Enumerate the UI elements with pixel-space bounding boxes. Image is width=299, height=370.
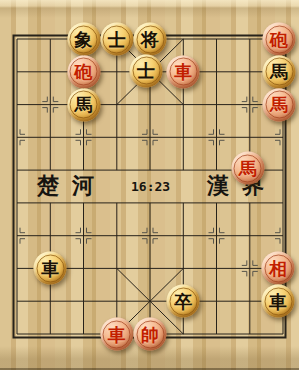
piece-red-general[interactable]: 帥 — [134, 318, 167, 351]
xiangqi-app-window: 楚河 16:23 漢界 象士将砲砲士車馬馬馬馬車相卒車車帥 — [0, 0, 299, 370]
piece-red-horse-1[interactable]: 馬 — [263, 88, 296, 121]
piece-red-cannon-1[interactable]: 砲 — [263, 23, 296, 56]
piece-glyph: 馬 — [270, 96, 288, 114]
piece-red-horse-2[interactable]: 馬 — [231, 152, 264, 185]
piece-black-chariot-2[interactable]: 車 — [262, 285, 295, 318]
game-clock: 16:23 — [131, 179, 170, 194]
piece-glyph: 相 — [269, 259, 287, 277]
piece-glyph: 将 — [141, 30, 159, 48]
piece-glyph: 砲 — [75, 63, 93, 81]
piece-black-advisor-1[interactable]: 士 — [100, 23, 133, 56]
piece-black-elephant-1[interactable]: 象 — [67, 23, 100, 56]
piece-glyph: 帥 — [141, 325, 159, 343]
piece-black-general[interactable]: 将 — [134, 23, 167, 56]
piece-glyph: 車 — [269, 292, 287, 310]
river-label-chu-he: 楚河 — [37, 174, 107, 198]
piece-black-chariot-1[interactable]: 車 — [34, 252, 67, 285]
piece-glyph: 車 — [174, 63, 192, 81]
piece-black-advisor-2[interactable]: 士 — [130, 54, 163, 87]
piece-glyph: 車 — [108, 325, 126, 343]
piece-red-chariot-1[interactable]: 車 — [167, 55, 200, 88]
piece-black-horse-2[interactable]: 馬 — [67, 88, 100, 121]
piece-black-pawn-1[interactable]: 卒 — [167, 285, 200, 318]
piece-red-cannon-2[interactable]: 砲 — [67, 55, 100, 88]
piece-glyph: 車 — [41, 259, 59, 277]
piece-glyph: 士 — [137, 62, 155, 80]
piece-glyph: 馬 — [75, 96, 93, 114]
piece-black-horse-1[interactable]: 馬 — [263, 55, 296, 88]
piece-glyph: 士 — [108, 30, 126, 48]
piece-glyph: 砲 — [270, 30, 288, 48]
piece-red-elephant-1[interactable]: 相 — [262, 252, 295, 285]
piece-red-chariot-2[interactable]: 車 — [100, 318, 133, 351]
piece-glyph: 卒 — [174, 292, 192, 310]
piece-glyph: 馬 — [239, 159, 257, 177]
piece-glyph: 馬 — [270, 63, 288, 81]
piece-glyph: 象 — [75, 30, 93, 48]
